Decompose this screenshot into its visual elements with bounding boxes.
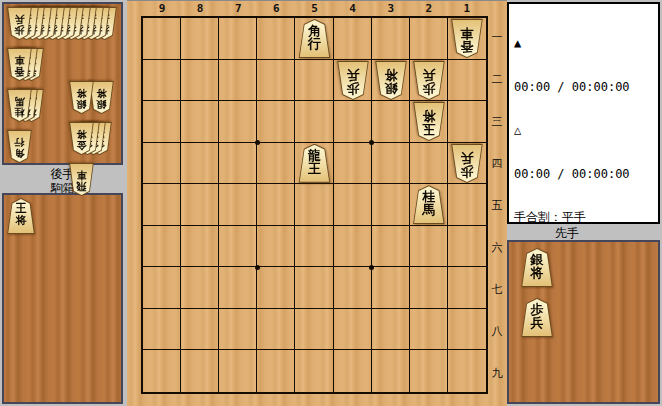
board-cell-3-9[interactable] bbox=[372, 350, 410, 392]
board-cell-9-9[interactable] bbox=[143, 350, 181, 392]
board-cell-8-6[interactable] bbox=[181, 226, 219, 268]
board-cell-8-8[interactable] bbox=[181, 309, 219, 351]
board-cell-5-7[interactable] bbox=[295, 267, 333, 309]
board-cell-8-3[interactable] bbox=[181, 101, 219, 143]
board-cell-2-8[interactable] bbox=[410, 309, 448, 351]
file-label-9: 9 bbox=[143, 2, 181, 15]
hoshi-dot bbox=[255, 265, 260, 270]
file-label-1: 1 bbox=[448, 2, 486, 15]
board-cell-1-5[interactable] bbox=[448, 184, 486, 226]
gote-piece-pawn[interactable]: 歩兵 bbox=[451, 144, 483, 183]
file-label-4: 4 bbox=[334, 2, 372, 15]
board-cell-3-1[interactable] bbox=[372, 18, 410, 60]
gote-piece-pawn[interactable]: 歩兵 bbox=[337, 61, 369, 100]
board-cell-7-4[interactable] bbox=[219, 143, 257, 185]
board-panel: 987654321 一二三四五六七八九 角行香車歩兵銀将歩兵玉将龍王歩兵桂馬 bbox=[127, 0, 507, 406]
sente-mark: ▲ bbox=[514, 36, 653, 51]
file-label-8: 8 bbox=[181, 2, 219, 15]
gote-piece-lance[interactable]: 香車 bbox=[7, 48, 32, 81]
shogi-app: { "game": "shogi", "app_type": "shogi bo… bbox=[0, 0, 662, 406]
rank-label-1: 一 bbox=[489, 16, 505, 58]
gote-piece-knight[interactable]: 桂馬 bbox=[7, 89, 32, 122]
info-panel: ▲ 00:00 / 00:00:00 △ 00:00 / 00:00:00 手合… bbox=[507, 2, 660, 224]
board-cell-1-6[interactable] bbox=[448, 226, 486, 268]
board-cell-4-3[interactable] bbox=[334, 101, 372, 143]
gote-hand-group-gold[interactable]: 金将金将金将金将 bbox=[69, 122, 112, 155]
board-cell-4-1[interactable] bbox=[334, 18, 372, 60]
board-cell-2-7[interactable] bbox=[410, 267, 448, 309]
board-cell-6-8[interactable] bbox=[257, 309, 295, 351]
board-cell-6-5[interactable] bbox=[257, 184, 295, 226]
gote-clock: 00:00 / 00:00:00 bbox=[514, 167, 653, 182]
gote-piece-silver[interactable]: 銀将 bbox=[69, 81, 94, 114]
board-cell-8-2[interactable] bbox=[181, 60, 219, 102]
board-cell-7-9[interactable] bbox=[219, 350, 257, 392]
board-cell-8-1[interactable] bbox=[181, 18, 219, 60]
gote-piece-silver[interactable]: 銀将 bbox=[375, 61, 407, 100]
sente-clock: 00:00 / 00:00:00 bbox=[514, 80, 653, 95]
sente-piece-king[interactable]: 王将 bbox=[7, 198, 35, 234]
file-label-5: 5 bbox=[295, 2, 333, 15]
board-cell-2-9[interactable] bbox=[410, 350, 448, 392]
rank-label-5: 五 bbox=[489, 184, 505, 226]
hoshi-dot bbox=[369, 265, 374, 270]
rank-label-2: 二 bbox=[489, 58, 505, 100]
gote-hand-group-rook[interactable]: 飛車 bbox=[69, 163, 94, 196]
board-cell-3-4[interactable] bbox=[372, 143, 410, 185]
board-cell-6-3[interactable] bbox=[257, 101, 295, 143]
board-cell-9-3[interactable] bbox=[143, 101, 181, 143]
board-cell-9-8[interactable] bbox=[143, 309, 181, 351]
gote-hand-group-pawn[interactable]: 歩兵歩兵歩兵歩兵歩兵歩兵歩兵歩兵歩兵歩兵歩兵歩兵歩兵歩兵 bbox=[7, 7, 118, 40]
board-cell-5-2[interactable] bbox=[295, 60, 333, 102]
board-cell-3-5[interactable] bbox=[372, 184, 410, 226]
board-cell-1-9[interactable] bbox=[448, 350, 486, 392]
board-cell-3-3[interactable] bbox=[372, 101, 410, 143]
board-cell-3-7[interactable] bbox=[372, 267, 410, 309]
board-cell-4-6[interactable] bbox=[334, 226, 372, 268]
board-cell-2-6[interactable] bbox=[410, 226, 448, 268]
board-cell-7-7[interactable] bbox=[219, 267, 257, 309]
board-cell-1-2[interactable] bbox=[448, 60, 486, 102]
gote-hand-tray[interactable]: 歩兵歩兵歩兵歩兵歩兵歩兵歩兵歩兵歩兵歩兵歩兵歩兵歩兵歩兵香車香車香車銀将銀将桂馬… bbox=[2, 2, 123, 165]
board-cell-4-9[interactable] bbox=[334, 350, 372, 392]
board-cell-7-6[interactable] bbox=[219, 226, 257, 268]
board-cell-4-7[interactable] bbox=[334, 267, 372, 309]
rank-label-4: 四 bbox=[489, 142, 505, 184]
sente-piece-pawn[interactable]: 歩兵 bbox=[521, 298, 553, 337]
board-cell-1-8[interactable] bbox=[448, 309, 486, 351]
file-label-3: 3 bbox=[372, 2, 410, 15]
gote-mark: △ bbox=[514, 123, 653, 138]
board-cell-9-1[interactable] bbox=[143, 18, 181, 60]
board-cell-6-4[interactable] bbox=[257, 143, 295, 185]
board-cell-8-9[interactable] bbox=[181, 350, 219, 392]
board-cell-3-8[interactable] bbox=[372, 309, 410, 351]
rank-label-3: 三 bbox=[489, 100, 505, 142]
rank-label-9: 九 bbox=[489, 352, 505, 394]
gote-piece-rook[interactable]: 飛車 bbox=[69, 163, 94, 196]
sente-hand-tray[interactable]: 銀将歩兵 bbox=[507, 240, 660, 404]
gote-piece-pawn[interactable]: 歩兵 bbox=[413, 61, 445, 100]
board-cell-7-2[interactable] bbox=[219, 60, 257, 102]
file-labels: 987654321 bbox=[143, 2, 486, 15]
file-label-6: 6 bbox=[257, 2, 295, 15]
board-cell-7-3[interactable] bbox=[219, 101, 257, 143]
board-cell-5-6[interactable] bbox=[295, 226, 333, 268]
board-cell-8-4[interactable] bbox=[181, 143, 219, 185]
gote-piece-king[interactable]: 玉将 bbox=[413, 102, 445, 141]
board-cell-9-7[interactable] bbox=[143, 267, 181, 309]
gote-piece-lance[interactable]: 香車 bbox=[451, 19, 483, 58]
file-label-2: 2 bbox=[410, 2, 448, 15]
hoshi-dot bbox=[255, 140, 260, 145]
board-cell-2-4[interactable] bbox=[410, 143, 448, 185]
board-cell-8-7[interactable] bbox=[181, 267, 219, 309]
gote-piece-bishop[interactable]: 角行 bbox=[7, 130, 32, 163]
rank-label-7: 七 bbox=[489, 268, 505, 310]
board-cell-9-5[interactable] bbox=[143, 184, 181, 226]
sente-piece-knight[interactable]: 桂馬 bbox=[413, 185, 445, 224]
board-cell-7-1[interactable] bbox=[219, 18, 257, 60]
board-cell-4-5[interactable] bbox=[334, 184, 372, 226]
board-cell-6-2[interactable] bbox=[257, 60, 295, 102]
piece-box-tray[interactable]: 王将 bbox=[2, 193, 123, 404]
board-cell-6-9[interactable] bbox=[257, 350, 295, 392]
board-cell-3-6[interactable] bbox=[372, 226, 410, 268]
board-cell-4-4[interactable] bbox=[334, 143, 372, 185]
board-cell-5-9[interactable] bbox=[295, 350, 333, 392]
board-cell-6-1[interactable] bbox=[257, 18, 295, 60]
rank-labels: 一二三四五六七八九 bbox=[489, 16, 505, 394]
board-cell-1-7[interactable] bbox=[448, 267, 486, 309]
rank-label-6: 六 bbox=[489, 226, 505, 268]
sente-piece-bishop[interactable]: 角行 bbox=[298, 19, 330, 58]
board-cell-8-5[interactable] bbox=[181, 184, 219, 226]
file-label-7: 7 bbox=[219, 2, 257, 15]
board-cell-9-6[interactable] bbox=[143, 226, 181, 268]
handicap-line: 手合割：平手 bbox=[514, 210, 653, 225]
gote-hand-group-silver[interactable]: 銀将銀将 bbox=[69, 81, 114, 114]
gote-piece-pawn[interactable]: 歩兵 bbox=[7, 7, 32, 40]
board-cell-6-6[interactable] bbox=[257, 226, 295, 268]
rank-label-8: 八 bbox=[489, 310, 505, 352]
board-cell-4-8[interactable] bbox=[334, 309, 372, 351]
board-cell-5-5[interactable] bbox=[295, 184, 333, 226]
sente-piece-promoted-rook[interactable]: 龍王 bbox=[298, 144, 330, 183]
board-cell-7-5[interactable] bbox=[219, 184, 257, 226]
gote-hand-group-lance[interactable]: 香車香車香車 bbox=[7, 48, 118, 81]
board-cell-5-3[interactable] bbox=[295, 101, 333, 143]
board-cell-7-8[interactable] bbox=[219, 309, 257, 351]
board-cell-6-7[interactable] bbox=[257, 267, 295, 309]
board-cell-9-2[interactable] bbox=[143, 60, 181, 102]
board-cell-2-1[interactable] bbox=[410, 18, 448, 60]
board-cell-1-3[interactable] bbox=[448, 101, 486, 143]
board-cell-5-8[interactable] bbox=[295, 309, 333, 351]
board-cell-9-4[interactable] bbox=[143, 143, 181, 185]
gote-piece-gold[interactable]: 金将 bbox=[69, 122, 94, 155]
sente-piece-silver[interactable]: 銀将 bbox=[521, 248, 553, 287]
